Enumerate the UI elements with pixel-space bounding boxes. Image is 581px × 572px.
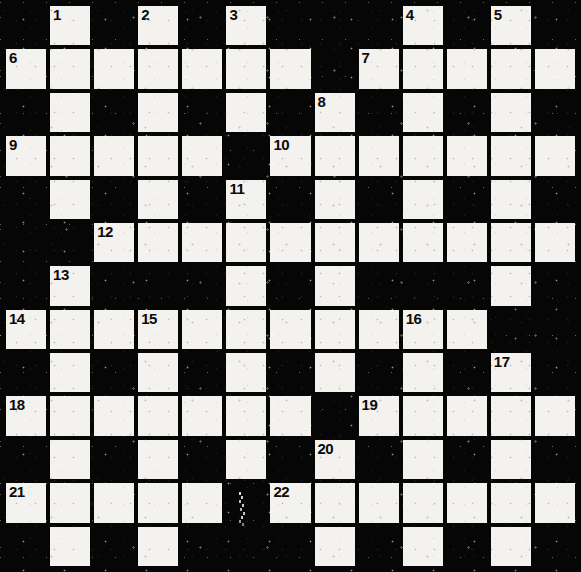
cell-r2c2[interactable]	[50, 49, 90, 88]
cell-r6c3[interactable]: 12	[94, 223, 134, 262]
cell-r4c11[interactable]	[447, 136, 487, 175]
cell-r9c4[interactable]	[138, 353, 178, 392]
cell-r9c7-block	[270, 353, 310, 392]
cell-r8c1[interactable]: 14	[6, 310, 46, 349]
cell-r13c2[interactable]	[50, 527, 90, 566]
cell-r8c12-block	[491, 310, 531, 349]
cell-r1c9-block	[359, 6, 399, 45]
cell-r9c8[interactable]	[315, 353, 355, 392]
cell-r12c12[interactable]	[491, 483, 531, 522]
cell-r1c7-block	[270, 6, 310, 45]
cell-r3c13-block	[535, 93, 575, 132]
cell-r1c4[interactable]: 2	[138, 6, 178, 45]
cell-r9c3-block	[94, 353, 134, 392]
cell-r9c11-block	[447, 353, 487, 392]
clue-number-20: 20	[318, 441, 334, 457]
cell-r3c11-block	[447, 93, 487, 132]
clue-number-4: 4	[406, 7, 414, 23]
clue-number-21: 21	[9, 484, 25, 500]
cell-r12c1[interactable]: 21	[6, 483, 46, 522]
cell-r9c6[interactable]	[226, 353, 266, 392]
clue-number-11: 11	[229, 181, 244, 197]
clue-number-17: 17	[494, 354, 510, 370]
cell-r1c1-block	[6, 6, 46, 45]
cell-r9c10[interactable]	[403, 353, 443, 392]
cell-r10c7[interactable]	[270, 396, 310, 435]
cell-r5c8[interactable]	[315, 180, 355, 219]
cell-r6c5[interactable]	[182, 223, 222, 262]
cell-r4c10[interactable]	[403, 136, 443, 175]
cell-r7c8[interactable]	[315, 266, 355, 305]
cell-r5c5-block	[182, 180, 222, 219]
cell-r7c5-block	[182, 266, 222, 305]
scan-smudge-artifact	[239, 492, 241, 495]
cell-r8c2[interactable]	[50, 310, 90, 349]
cell-r4c7[interactable]: 10	[270, 136, 310, 175]
clue-number-13: 13	[53, 267, 69, 283]
cell-r2c11[interactable]	[447, 49, 487, 88]
cell-r6c11[interactable]	[447, 223, 487, 262]
cell-r3c4[interactable]	[138, 93, 178, 132]
cell-r1c6[interactable]: 3	[226, 6, 266, 45]
cell-r4c3[interactable]	[94, 136, 134, 175]
cell-r10c3[interactable]	[94, 396, 134, 435]
cell-r4c13[interactable]	[535, 136, 575, 175]
cell-r1c5-block	[182, 6, 222, 45]
cell-r13c7-block	[270, 527, 310, 566]
cell-r8c8[interactable]	[315, 310, 355, 349]
cell-r2c6[interactable]	[226, 49, 266, 88]
cell-r13c6-block	[226, 527, 266, 566]
cell-r13c5-block	[182, 527, 222, 566]
cell-r8c5[interactable]	[182, 310, 222, 349]
cell-r5c11-block	[447, 180, 487, 219]
cell-r12c13[interactable]	[535, 483, 575, 522]
cell-r1c13-block	[535, 6, 575, 45]
cell-r10c5[interactable]	[182, 396, 222, 435]
cell-r11c2[interactable]	[50, 440, 90, 479]
cell-r6c4[interactable]	[138, 223, 178, 262]
cell-r10c1[interactable]: 18	[6, 396, 46, 435]
cell-r10c12[interactable]	[491, 396, 531, 435]
cell-r1c3-block	[94, 6, 134, 45]
cell-r6c6[interactable]	[226, 223, 266, 262]
clue-number-2: 2	[141, 7, 149, 23]
cell-r1c10[interactable]: 4	[403, 6, 443, 45]
cell-r2c3[interactable]	[94, 49, 134, 88]
cell-r3c8[interactable]: 8	[315, 93, 355, 132]
cell-r3c9-block	[359, 93, 399, 132]
cell-r3c2[interactable]	[50, 93, 90, 132]
cell-r13c1-block	[6, 527, 46, 566]
cell-r4c12[interactable]	[491, 136, 531, 175]
cell-r11c9-block	[359, 440, 399, 479]
cell-r7c3-block	[94, 266, 134, 305]
cell-r8c10[interactable]: 16	[403, 310, 443, 349]
cell-r13c8[interactable]	[315, 527, 355, 566]
cell-r6c12[interactable]	[491, 223, 531, 262]
cell-r6c13[interactable]	[535, 223, 575, 262]
cell-r3c1-block	[6, 93, 46, 132]
cell-r1c12[interactable]: 5	[491, 6, 531, 45]
cell-r7c4-block	[138, 266, 178, 305]
clue-number-22: 22	[273, 484, 289, 500]
clue-number-7: 7	[362, 50, 370, 66]
cell-r6c1-block	[6, 223, 46, 262]
crossword-board-wrap: 12345678910111213141516171819202122	[0, 0, 581, 572]
cell-r11c3-block	[94, 440, 134, 479]
cell-r12c8[interactable]	[315, 483, 355, 522]
clue-number-19: 19	[362, 397, 378, 413]
cell-r11c13-block	[535, 440, 575, 479]
cell-r3c10[interactable]	[403, 93, 443, 132]
cell-r1c8-block	[315, 6, 355, 45]
cell-r5c10[interactable]	[403, 180, 443, 219]
cell-r8c7[interactable]	[270, 310, 310, 349]
cell-r3c12[interactable]	[491, 93, 531, 132]
clue-number-8: 8	[318, 94, 326, 110]
cell-r11c8[interactable]: 20	[315, 440, 355, 479]
cell-r13c12[interactable]	[491, 527, 531, 566]
cell-r2c12[interactable]	[491, 49, 531, 88]
cell-r7c13-block	[535, 266, 575, 305]
cell-r7c2[interactable]: 13	[50, 266, 90, 305]
cell-r1c2[interactable]: 1	[50, 6, 90, 45]
cell-r1c11-block	[447, 6, 487, 45]
cell-r7c12[interactable]	[491, 266, 531, 305]
cell-r5c7-block	[270, 180, 310, 219]
cell-r5c3-block	[94, 180, 134, 219]
clue-number-12: 12	[97, 224, 113, 240]
cell-r12c9[interactable]	[359, 483, 399, 522]
cell-r9c12[interactable]: 17	[491, 353, 531, 392]
cell-r10c6[interactable]	[226, 396, 266, 435]
cell-r3c5-block	[182, 93, 222, 132]
clue-number-15: 15	[141, 311, 157, 327]
cell-r5c9-block	[359, 180, 399, 219]
cell-r12c2[interactable]	[50, 483, 90, 522]
cell-r13c9-block	[359, 527, 399, 566]
cell-r6c8[interactable]	[315, 223, 355, 262]
cell-r12c11[interactable]	[447, 483, 487, 522]
cell-r3c6[interactable]	[226, 93, 266, 132]
cell-r13c3-block	[94, 527, 134, 566]
cell-r12c5[interactable]	[182, 483, 222, 522]
cell-r12c10[interactable]	[403, 483, 443, 522]
clue-number-3: 3	[229, 7, 237, 23]
cell-r11c7-block	[270, 440, 310, 479]
cell-r7c1-block	[6, 266, 46, 305]
cell-r8c11[interactable]	[447, 310, 487, 349]
cell-r2c5[interactable]	[182, 49, 222, 88]
cell-r8c3[interactable]	[94, 310, 134, 349]
cell-r13c4[interactable]	[138, 527, 178, 566]
cell-r5c12[interactable]	[491, 180, 531, 219]
cell-r6c10[interactable]	[403, 223, 443, 262]
cell-r4c2[interactable]	[50, 136, 90, 175]
cell-r7c7-block	[270, 266, 310, 305]
clue-number-18: 18	[9, 397, 25, 413]
cell-r9c9-block	[359, 353, 399, 392]
clue-number-9: 9	[9, 137, 17, 153]
cell-r6c2-block	[50, 223, 90, 262]
cell-r6c7[interactable]	[270, 223, 310, 262]
cell-r11c1-block	[6, 440, 46, 479]
cell-r2c13[interactable]	[535, 49, 575, 88]
cell-r11c6[interactable]	[226, 440, 266, 479]
cell-r11c12[interactable]	[491, 440, 531, 479]
cell-r5c2[interactable]	[50, 180, 90, 219]
cell-r4c5[interactable]	[182, 136, 222, 175]
cell-r10c2[interactable]	[50, 396, 90, 435]
cell-r2c10[interactable]	[403, 49, 443, 88]
cell-r10c10[interactable]	[403, 396, 443, 435]
clue-number-1: 1	[53, 7, 61, 23]
cell-r4c8[interactable]	[315, 136, 355, 175]
cell-r4c6-block	[226, 136, 266, 175]
cell-r12c6-block	[226, 483, 266, 522]
cell-r13c13-block	[535, 527, 575, 566]
cell-r4c1[interactable]: 9	[6, 136, 46, 175]
cell-r5c1-block	[6, 180, 46, 219]
clue-number-16: 16	[406, 311, 422, 327]
cell-r9c13-block	[535, 353, 575, 392]
cell-r2c9[interactable]: 7	[359, 49, 399, 88]
cell-r2c7[interactable]	[270, 49, 310, 88]
clue-number-6: 6	[9, 50, 17, 66]
cell-r2c4[interactable]	[138, 49, 178, 88]
cell-r11c11-block	[447, 440, 487, 479]
cell-r12c4[interactable]	[138, 483, 178, 522]
crossword-board: 12345678910111213141516171819202122	[0, 0, 581, 572]
cell-r3c3-block	[94, 93, 134, 132]
cell-r5c13-block	[535, 180, 575, 219]
cell-r10c8-block	[315, 396, 355, 435]
cell-r10c13[interactable]	[535, 396, 575, 435]
cell-r7c6[interactable]	[226, 266, 266, 305]
cell-r11c10[interactable]	[403, 440, 443, 479]
cell-r10c4[interactable]	[138, 396, 178, 435]
cell-r9c1-block	[6, 353, 46, 392]
cell-r7c9-block	[359, 266, 399, 305]
cell-r9c2[interactable]	[50, 353, 90, 392]
clue-number-5: 5	[494, 7, 502, 23]
cell-r11c4[interactable]	[138, 440, 178, 479]
cell-r12c3[interactable]	[94, 483, 134, 522]
cell-r5c4[interactable]	[138, 180, 178, 219]
cell-r2c8-block	[315, 49, 355, 88]
cell-r10c11[interactable]	[447, 396, 487, 435]
cell-r12c7[interactable]: 22	[270, 483, 310, 522]
cell-r2c1[interactable]: 6	[6, 49, 46, 88]
cell-r8c4[interactable]: 15	[138, 310, 178, 349]
cell-r8c9[interactable]	[359, 310, 399, 349]
cell-r3c7-block	[270, 93, 310, 132]
cell-r13c11-block	[447, 527, 487, 566]
cell-r8c6[interactable]	[226, 310, 266, 349]
cell-r5c6[interactable]: 11	[226, 180, 266, 219]
cell-r4c4[interactable]	[138, 136, 178, 175]
cell-r9c5-block	[182, 353, 222, 392]
cell-r7c10-block	[403, 266, 443, 305]
cell-r13c10[interactable]	[403, 527, 443, 566]
clue-number-10: 10	[273, 137, 289, 153]
cell-r4c9[interactable]	[359, 136, 399, 175]
cell-r7c11-block	[447, 266, 487, 305]
cell-r6c9[interactable]	[359, 223, 399, 262]
clue-number-14: 14	[9, 311, 25, 327]
cell-r11c5-block	[182, 440, 222, 479]
cell-r10c9[interactable]: 19	[359, 396, 399, 435]
cell-r8c13-block	[535, 310, 575, 349]
